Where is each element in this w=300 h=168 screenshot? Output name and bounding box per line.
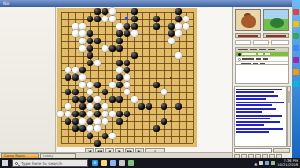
black-stone [87, 16, 94, 23]
grid-line [61, 143, 194, 144]
black-stone [102, 8, 109, 15]
black-stone [79, 125, 86, 132]
white-stone [102, 103, 109, 110]
avatar-art [241, 15, 256, 28]
black-stone [116, 30, 123, 37]
black-stone [87, 38, 94, 45]
black-stone [94, 103, 101, 110]
black-stone [72, 125, 79, 132]
white-stone [175, 30, 182, 37]
tray-icon[interactable] [265, 161, 269, 165]
black-stone [109, 45, 116, 52]
black-stone [65, 74, 72, 81]
black-stone [124, 30, 131, 37]
black-stone [124, 67, 131, 74]
black-stone [153, 23, 160, 30]
tray-icon[interactable] [259, 161, 263, 165]
windows-taskbar: Type here to search e ▲ 7:36 PM 10/21/20… [0, 158, 300, 168]
taskbar-app-icon[interactable] [101, 160, 107, 166]
white-stone [65, 103, 72, 110]
white-stone-icon [238, 58, 241, 61]
window-titlebar[interactable]: Go [0, 0, 292, 7]
black-stone [124, 60, 131, 67]
white-stone [102, 111, 109, 118]
taskbar-app-icons: e [92, 160, 134, 166]
white-stone [87, 103, 94, 110]
time-box-1 [235, 40, 251, 45]
go-board[interactable] [57, 8, 197, 147]
player1-avatar [235, 9, 261, 31]
chat-message [236, 121, 285, 126]
last-move-marker [125, 17, 128, 20]
black-stone [175, 103, 182, 110]
white-stone [79, 45, 86, 52]
desktop-shortcut-icon[interactable] [293, 81, 299, 87]
black-stone [87, 133, 94, 140]
desktop-shortcut-icon[interactable] [293, 21, 299, 27]
black-stone [79, 103, 86, 110]
observer-list[interactable] [235, 64, 289, 84]
black-stone [79, 96, 86, 103]
black-stone [116, 74, 123, 81]
board-panel: |◀◀◀◀▶▶▶▶|▾ [57, 7, 232, 158]
player1-name-bar [235, 33, 261, 38]
white-stone [102, 118, 109, 125]
white-stone [87, 89, 94, 96]
black-stone [161, 118, 168, 125]
black-stone [87, 118, 94, 125]
black-stone [124, 111, 131, 118]
time-box-3 [271, 40, 289, 45]
black-stone [79, 111, 86, 118]
window-title: Go [3, 1, 9, 6]
black-stone [94, 8, 101, 15]
white-stone [79, 74, 86, 81]
white-stone [175, 23, 182, 30]
black-stone [168, 23, 175, 30]
white-stone [124, 82, 131, 89]
chat-message [236, 108, 285, 113]
white-stone [131, 96, 138, 103]
grid-line [61, 136, 194, 137]
time-box-2 [253, 40, 269, 45]
taskbar-search-input[interactable]: Type here to search [12, 159, 88, 167]
white-stone [94, 118, 101, 125]
desktop-shortcut-icon[interactable] [293, 33, 299, 39]
black-stone [94, 111, 101, 118]
black-stone [72, 111, 79, 118]
black-stone [65, 118, 72, 125]
black-stone [124, 23, 131, 30]
black-stone [102, 89, 109, 96]
black-stone [116, 38, 123, 45]
taskbar-clock[interactable]: 7:36 PM 10/21/2018 [277, 159, 298, 167]
black-stone [131, 23, 138, 30]
left-info-panel [0, 7, 56, 158]
white-stone [65, 67, 72, 74]
white-stone [94, 125, 101, 132]
black-stone [72, 74, 79, 81]
black-stone [94, 82, 101, 89]
player2-name-bar [263, 33, 289, 38]
black-stone [131, 16, 138, 23]
white-stone [87, 111, 94, 118]
taskbar-app-icon[interactable] [128, 160, 134, 166]
start-button[interactable] [0, 158, 9, 168]
taskbar-app-icon[interactable] [110, 160, 116, 166]
black-stone [87, 52, 94, 59]
black-stone [94, 140, 101, 147]
taskbar-app-icon[interactable] [119, 160, 125, 166]
white-stone [109, 8, 116, 15]
white-stone [168, 38, 175, 45]
black-stone [153, 16, 160, 23]
black-stone [175, 8, 182, 15]
white-stone [79, 82, 86, 89]
search-placeholder: Type here to search [21, 161, 62, 166]
white-stone [72, 67, 79, 74]
black-stone [79, 67, 86, 74]
white-stone [72, 30, 79, 37]
white-stone [79, 38, 86, 45]
white-stone [65, 111, 72, 118]
chat-message-area[interactable] [234, 86, 287, 147]
white-stone [87, 125, 94, 132]
system-tray: ▲ 7:36 PM 10/21/2018 [254, 159, 300, 167]
black-stone-icon [238, 53, 241, 56]
white-stone [109, 111, 116, 118]
white-stone [102, 16, 109, 23]
white-stone [79, 30, 86, 37]
black-stone [116, 82, 123, 89]
white-stone [79, 23, 86, 30]
black-stone [168, 30, 175, 37]
black-stone [138, 103, 145, 110]
tray-expand-icon[interactable]: ▲ [254, 161, 257, 166]
grid-line [142, 12, 143, 144]
star-point [170, 77, 172, 79]
white-stone [87, 82, 94, 89]
black-stone [65, 89, 72, 96]
desktop-shortcut-icon[interactable] [293, 69, 299, 75]
chat-message [236, 128, 285, 133]
black-stone [116, 111, 123, 118]
white-stone [72, 23, 79, 30]
white-stone [116, 67, 123, 74]
black-stone [72, 96, 79, 103]
black-stone [131, 8, 138, 15]
black-stone [153, 82, 160, 89]
white-stone [124, 89, 131, 96]
white-stone [109, 82, 116, 89]
black-stone [87, 60, 94, 67]
white-stone [131, 30, 138, 37]
black-stone [175, 16, 182, 23]
black-stone [94, 16, 101, 23]
black-stone [87, 30, 94, 37]
black-stone [146, 103, 153, 110]
game-info-panel [232, 7, 292, 158]
scrollbar-thumb[interactable] [288, 91, 291, 103]
desktop-shortcut-icon[interactable] [293, 45, 299, 51]
search-icon [15, 162, 18, 165]
desktop-shortcut-icon[interactable] [293, 9, 299, 15]
chat-send-button[interactable] [273, 148, 290, 153]
white-stone [79, 118, 86, 125]
white-stone [109, 133, 116, 140]
white-stone [183, 23, 190, 30]
tray-icon[interactable] [271, 161, 275, 165]
chat-message [236, 95, 285, 100]
black-stone [161, 103, 168, 110]
white-stone [57, 111, 64, 118]
grid-line [156, 12, 157, 144]
player2-avatar [263, 9, 289, 31]
black-stone [131, 52, 138, 59]
chat-message [236, 102, 285, 107]
chat-input[interactable] [234, 148, 272, 153]
desktop-screen: Go |◀◀◀◀▶▶▶▶|▾ Game Room Lobby [0, 0, 300, 168]
black-stone [102, 133, 109, 140]
white-stone [161, 89, 168, 96]
black-stone [116, 45, 123, 52]
black-stone [87, 96, 94, 103]
black-stone [153, 125, 160, 132]
chat-scrollbar[interactable] [287, 86, 291, 147]
white-stone [116, 23, 123, 30]
taskbar-app-icon[interactable]: e [92, 160, 98, 166]
black-stone [87, 45, 94, 52]
black-stone [109, 96, 116, 103]
white-stone [109, 16, 116, 23]
black-stone [116, 60, 123, 67]
white-stone [94, 60, 101, 67]
grid-line [193, 12, 194, 144]
black-stone [116, 96, 123, 103]
desktop-shortcut-icon[interactable] [293, 57, 299, 63]
black-stone [116, 118, 123, 125]
white-stone [175, 52, 182, 59]
white-stone [124, 74, 131, 81]
black-stone [72, 89, 79, 96]
grid-line [186, 12, 187, 144]
white-stone [94, 96, 101, 103]
desktop-side-strip [292, 0, 300, 158]
white-stone [102, 45, 109, 52]
grid-line [149, 12, 150, 144]
chat-message [236, 89, 285, 94]
avatar-art [270, 18, 284, 28]
white-stone [183, 16, 190, 23]
black-stone [72, 118, 79, 125]
chat-message [236, 115, 285, 120]
black-stone [94, 38, 101, 45]
